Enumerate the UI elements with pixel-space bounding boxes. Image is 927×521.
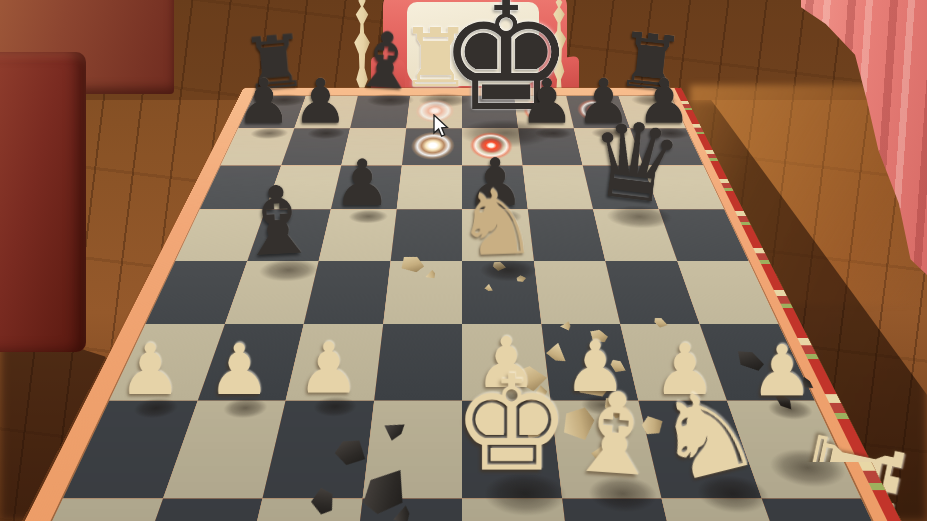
knight-glyph: ♞: [429, 175, 566, 271]
game-scene: ♜♝♜♟♟♚♟♟♟♟♟♛♝♜♞♟♟♟♟♟♟♟♚♝♞♜: [0, 0, 927, 521]
white-pawn-b2[interactable]: ♟: [158, 335, 321, 406]
black-queen-g5[interactable]: ♛: [568, 103, 702, 222]
pawn-glyph: ♟: [158, 335, 321, 406]
white-knight-e4-damaged[interactable]: ♞: [429, 175, 566, 271]
mouse-cursor-icon: [433, 114, 450, 138]
black-pawn-b7[interactable]: ♟: [268, 71, 372, 132]
square-e1[interactable]: [462, 498, 577, 521]
square-c4[interactable]: [304, 261, 391, 324]
square-a1[interactable]: [3, 498, 163, 521]
square-d4[interactable]: [383, 261, 462, 324]
chess-table-3d: ♜♝♜♟♟♚♟♟♟♟♟♛♝♜♞♟♟♟♟♟♟♟♚♝♞♜: [0, 0, 927, 521]
pawn-glyph: ♟: [268, 71, 372, 132]
square-e4[interactable]: [462, 261, 541, 324]
bishop-glyph: ♝: [208, 171, 346, 272]
black-bishop-b4[interactable]: ♝: [208, 171, 346, 272]
queen-glyph: ♛: [568, 103, 702, 222]
table-top: ♜♝♜♟♟♚♟♟♟♟♟♛♝♜♞♟♟♟♟♟♟♟♚♝♞♜: [0, 88, 927, 521]
square-d1[interactable]: [347, 498, 462, 521]
